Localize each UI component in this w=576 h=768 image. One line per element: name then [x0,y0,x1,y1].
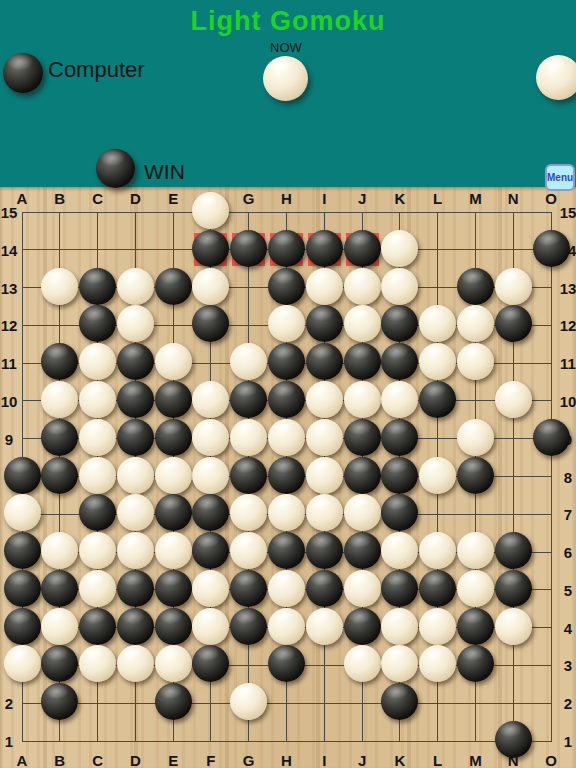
opponent-white-stone-icon [536,55,576,100]
column-label: I [322,190,326,207]
column-label: M [469,752,482,768]
white-stone [192,608,229,645]
grid-line [22,741,552,742]
white-stone [117,457,154,494]
black-stone [381,494,418,531]
white-stone [419,343,456,380]
black-stone [4,532,41,569]
white-stone [117,268,154,305]
row-label: 15 [560,204,576,221]
column-label: N [508,190,519,207]
white-stone [457,532,494,569]
white-stone [306,608,343,645]
white-stone [381,381,418,418]
black-stone [268,343,305,380]
black-stone [4,608,41,645]
white-stone [155,532,192,569]
menu-button[interactable]: Menu [545,164,575,191]
white-stone [306,419,343,456]
black-stone-icon [96,149,135,188]
white-stone [268,419,305,456]
black-stone [457,645,494,682]
black-stone [381,343,418,380]
column-label: J [358,190,366,207]
app-screen: Light Gomoku Computer NOW WIN Menu AABBC… [0,0,576,768]
column-label: D [130,752,141,768]
column-label: E [168,752,178,768]
column-label: L [433,752,442,768]
white-stone [419,608,456,645]
black-stone [117,381,154,418]
win-label: WIN [144,160,185,184]
white-stone [230,494,267,531]
white-stone [155,457,192,494]
white-stone [344,305,381,342]
row-label: 11 [560,355,576,372]
black-stone [41,570,78,607]
black-stone [230,230,267,267]
black-stone [192,494,229,531]
black-stone [495,305,532,342]
column-label: K [394,752,405,768]
white-stone [419,305,456,342]
black-stone [344,419,381,456]
black-stone-icon [3,53,43,93]
black-stone [117,608,154,645]
row-label: 10 [1,392,18,409]
black-stone [306,230,343,267]
white-stone [79,381,116,418]
white-stone [41,608,78,645]
grid-line [22,703,552,704]
row-label: 15 [1,204,18,221]
black-stone [344,457,381,494]
black-stone [155,494,192,531]
column-label: E [168,190,178,207]
black-stone [117,343,154,380]
white-stone [268,494,305,531]
white-stone [230,419,267,456]
white-stone [41,381,78,418]
white-stone [306,457,343,494]
gomoku-board[interactable]: AABBCCDDEEFFGGHHIIJJKKLLMMNNOO1515141413… [0,187,576,768]
column-label: D [130,190,141,207]
white-stone [419,645,456,682]
black-stone [344,532,381,569]
black-stone [41,343,78,380]
white-stone [344,494,381,531]
white-stone [192,192,229,229]
column-label: O [545,190,557,207]
row-label: 13 [560,279,576,296]
black-stone [41,645,78,682]
white-stone [344,645,381,682]
white-stone [381,645,418,682]
column-label: B [54,752,65,768]
white-stone [79,343,116,380]
black-stone [155,570,192,607]
white-stone [79,645,116,682]
row-label: 4 [564,619,572,636]
column-label: H [281,752,292,768]
black-stone [192,305,229,342]
white-stone [4,645,41,682]
column-label: A [17,752,28,768]
white-stone [457,343,494,380]
white-stone [79,419,116,456]
white-stone [268,570,305,607]
app-title: Light Gomoku [0,6,576,37]
white-stone [344,268,381,305]
white-stone [344,381,381,418]
white-stone [117,305,154,342]
white-stone [419,532,456,569]
black-stone [79,608,116,645]
black-stone [533,419,570,456]
white-stone [495,608,532,645]
white-stone [117,532,154,569]
row-label: 10 [560,392,576,409]
column-label: M [469,190,482,207]
black-stone [155,268,192,305]
column-label: L [433,190,442,207]
white-stone [230,532,267,569]
row-label: 11 [1,355,17,372]
black-stone [381,570,418,607]
column-label: K [394,190,405,207]
black-stone [155,381,192,418]
black-stone [419,381,456,418]
white-stone [192,457,229,494]
white-stone [419,457,456,494]
black-stone [533,230,570,267]
white-stone [230,343,267,380]
white-stone [381,608,418,645]
black-stone [381,683,418,720]
black-stone [79,494,116,531]
white-stone [79,457,116,494]
row-label: 2 [564,695,572,712]
column-label: I [322,752,326,768]
black-stone [268,268,305,305]
white-stone [192,268,229,305]
row-label: 6 [564,544,572,561]
white-stone [495,381,532,418]
black-stone [4,570,41,607]
grid-line [551,212,552,742]
white-stone [117,494,154,531]
black-stone [306,532,343,569]
black-stone [344,343,381,380]
black-stone [344,230,381,267]
column-label: O [545,752,557,768]
column-label: A [17,190,28,207]
black-stone [230,608,267,645]
row-label: 8 [564,468,572,485]
black-stone [117,570,154,607]
white-stone [41,268,78,305]
black-stone [155,683,192,720]
row-label: 1 [564,733,572,750]
black-stone [268,230,305,267]
black-stone [192,532,229,569]
black-stone [4,457,41,494]
column-label: B [54,190,65,207]
white-stone [306,381,343,418]
black-stone [268,645,305,682]
white-stone [192,570,229,607]
black-stone [306,305,343,342]
row-label: 7 [564,506,572,523]
white-stone [381,230,418,267]
black-stone [419,570,456,607]
black-stone [457,457,494,494]
white-stone [79,532,116,569]
black-stone [230,381,267,418]
column-label: H [281,190,292,207]
row-label: 3 [564,657,572,674]
white-stone [41,532,78,569]
black-stone [381,419,418,456]
black-stone [155,419,192,456]
row-label: 2 [5,695,13,712]
black-stone [230,570,267,607]
black-stone [495,570,532,607]
column-label: F [206,752,215,768]
black-stone [41,457,78,494]
black-stone [457,268,494,305]
white-stone [117,645,154,682]
white-stone [381,532,418,569]
white-stone [4,494,41,531]
row-label: 14 [1,241,18,258]
row-label: 5 [564,581,572,598]
black-stone [268,532,305,569]
black-stone [268,457,305,494]
row-label: 12 [1,317,18,334]
black-stone [381,305,418,342]
white-stone [192,419,229,456]
black-stone [495,532,532,569]
black-stone [230,457,267,494]
column-label: G [243,190,255,207]
black-stone [79,268,116,305]
row-label: 13 [1,279,18,296]
white-stone [192,381,229,418]
column-label: G [243,752,255,768]
white-stone [306,494,343,531]
white-stone [79,570,116,607]
black-stone [306,570,343,607]
row-label: 1 [5,733,13,750]
white-stone-icon [263,56,308,101]
black-stone [79,305,116,342]
white-stone [230,683,267,720]
black-stone [268,381,305,418]
white-stone [344,570,381,607]
white-stone [381,268,418,305]
white-stone [155,645,192,682]
black-stone [41,419,78,456]
black-stone [457,608,494,645]
column-label: J [358,752,366,768]
white-stone [155,343,192,380]
black-stone [344,608,381,645]
row-label: 12 [560,317,576,334]
black-stone [381,457,418,494]
black-stone [117,419,154,456]
black-stone [495,721,532,758]
black-stone [41,683,78,720]
white-stone [306,268,343,305]
white-stone [457,570,494,607]
black-stone [192,645,229,682]
row-label: 9 [5,430,13,447]
white-stone [457,305,494,342]
black-stone [155,608,192,645]
white-stone [495,268,532,305]
computer-label: Computer [48,57,145,83]
black-stone [192,230,229,267]
now-label: NOW [258,40,314,55]
column-label: C [92,752,103,768]
white-stone [268,608,305,645]
white-stone [457,419,494,456]
white-stone [268,305,305,342]
black-stone [306,343,343,380]
column-label: C [92,190,103,207]
